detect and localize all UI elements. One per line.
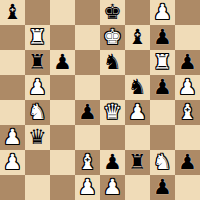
- square-d2[interactable]: ♝: [75, 150, 100, 175]
- square-g4[interactable]: [150, 100, 175, 125]
- square-a5[interactable]: [0, 75, 25, 100]
- square-b4[interactable]: ♞: [25, 100, 50, 125]
- square-h3[interactable]: [175, 125, 200, 150]
- piece-white-bishop: ♝: [178, 100, 197, 125]
- piece-black-king: ♚: [103, 0, 122, 25]
- piece-black-pawn: ♟: [153, 25, 172, 50]
- piece-black-pawn: ♟: [178, 150, 197, 175]
- square-h7[interactable]: [175, 25, 200, 50]
- square-g7[interactable]: ♟: [150, 25, 175, 50]
- square-b5[interactable]: ♟: [25, 75, 50, 100]
- square-d6[interactable]: [75, 50, 100, 75]
- piece-black-bishop: ♝: [128, 25, 147, 50]
- square-d7[interactable]: [75, 25, 100, 50]
- square-e1[interactable]: ♟: [100, 175, 125, 200]
- square-h5[interactable]: ♟: [175, 75, 200, 100]
- square-c1[interactable]: [50, 175, 75, 200]
- square-a3[interactable]: ♟: [0, 125, 25, 150]
- piece-white-knight: ♞: [28, 100, 47, 125]
- piece-black-pawn: ♟: [53, 50, 72, 75]
- square-c8[interactable]: [50, 0, 75, 25]
- piece-white-pawn: ♟: [103, 175, 122, 200]
- piece-black-knight: ♞: [128, 75, 147, 100]
- square-a2[interactable]: ♟: [0, 150, 25, 175]
- square-d3[interactable]: [75, 125, 100, 150]
- square-h1[interactable]: [175, 175, 200, 200]
- square-g6[interactable]: ♜: [150, 50, 175, 75]
- square-g1[interactable]: ♟: [150, 175, 175, 200]
- square-b7[interactable]: ♜: [25, 25, 50, 50]
- square-c7[interactable]: [50, 25, 75, 50]
- square-a7[interactable]: [0, 25, 25, 50]
- square-e5[interactable]: [100, 75, 125, 100]
- square-b6[interactable]: ♜: [25, 50, 50, 75]
- piece-white-knight: ♞: [153, 150, 172, 175]
- square-d5[interactable]: [75, 75, 100, 100]
- piece-black-rook: ♜: [128, 150, 147, 175]
- piece-white-rook: ♜: [28, 25, 47, 50]
- square-f8[interactable]: [125, 0, 150, 25]
- square-a8[interactable]: ♝: [0, 0, 25, 25]
- square-h6[interactable]: ♟: [175, 50, 200, 75]
- square-f1[interactable]: [125, 175, 150, 200]
- square-e4[interactable]: ♛: [100, 100, 125, 125]
- square-e6[interactable]: ♞: [100, 50, 125, 75]
- square-f5[interactable]: ♞: [125, 75, 150, 100]
- piece-black-queen: ♛: [28, 125, 47, 150]
- piece-black-knight: ♞: [103, 50, 122, 75]
- square-f6[interactable]: [125, 50, 150, 75]
- piece-black-pawn: ♟: [153, 75, 172, 100]
- square-e8[interactable]: ♚: [100, 0, 125, 25]
- piece-white-pawn: ♟: [78, 175, 97, 200]
- square-e3[interactable]: [100, 125, 125, 150]
- square-d1[interactable]: ♟: [75, 175, 100, 200]
- piece-black-pawn: ♟: [103, 150, 122, 175]
- piece-white-pawn: ♟: [3, 150, 22, 175]
- square-h2[interactable]: ♟: [175, 150, 200, 175]
- square-g5[interactable]: ♟: [150, 75, 175, 100]
- square-a1[interactable]: [0, 175, 25, 200]
- square-e7[interactable]: ♚: [100, 25, 125, 50]
- square-f3[interactable]: [125, 125, 150, 150]
- square-e2[interactable]: ♟: [100, 150, 125, 175]
- piece-white-king: ♚: [103, 25, 122, 50]
- square-b8[interactable]: [25, 0, 50, 25]
- square-a4[interactable]: [0, 100, 25, 125]
- square-b2[interactable]: [25, 150, 50, 175]
- piece-white-queen: ♛: [103, 100, 122, 125]
- piece-white-rook: ♜: [153, 50, 172, 75]
- square-g3[interactable]: [150, 125, 175, 150]
- square-h4[interactable]: ♝: [175, 100, 200, 125]
- piece-white-pawn: ♟: [153, 0, 172, 25]
- square-b3[interactable]: ♛: [25, 125, 50, 150]
- piece-black-pawn: ♟: [178, 50, 197, 75]
- square-h8[interactable]: [175, 0, 200, 25]
- piece-white-bishop: ♝: [78, 150, 97, 175]
- square-c6[interactable]: ♟: [50, 50, 75, 75]
- piece-black-bishop: ♝: [3, 0, 22, 25]
- piece-white-pawn: ♟: [128, 100, 147, 125]
- piece-white-pawn: ♟: [3, 125, 22, 150]
- square-b1[interactable]: [25, 175, 50, 200]
- square-c5[interactable]: [50, 75, 75, 100]
- square-f7[interactable]: ♝: [125, 25, 150, 50]
- chess-board: ♝♚♟♜♚♝♟♜♟♞♜♟♟♞♟♟♞♟♛♟♝♟♛♟♝♟♜♞♟♟♟♟: [0, 0, 200, 200]
- square-c3[interactable]: [50, 125, 75, 150]
- piece-black-pawn: ♟: [153, 175, 172, 200]
- piece-white-pawn: ♟: [28, 75, 47, 100]
- square-a6[interactable]: [0, 50, 25, 75]
- piece-black-pawn: ♟: [78, 100, 97, 125]
- piece-black-rook: ♜: [28, 50, 47, 75]
- square-f4[interactable]: ♟: [125, 100, 150, 125]
- square-d4[interactable]: ♟: [75, 100, 100, 125]
- square-d8[interactable]: [75, 0, 100, 25]
- square-c2[interactable]: [50, 150, 75, 175]
- square-g8[interactable]: ♟: [150, 0, 175, 25]
- square-g2[interactable]: ♞: [150, 150, 175, 175]
- square-c4[interactable]: [50, 100, 75, 125]
- piece-white-pawn: ♟: [178, 75, 197, 100]
- square-f2[interactable]: ♜: [125, 150, 150, 175]
